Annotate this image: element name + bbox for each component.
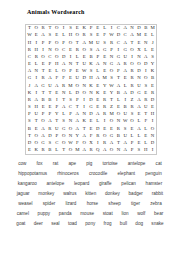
grid-cell: E [33,32,40,39]
grid-cell: P [40,39,47,46]
grid-cell: A [33,82,40,89]
grid-cell: G [40,82,47,89]
word-item: dog [135,222,143,227]
grid-cell: O [81,89,88,96]
grid-cell: I [33,75,40,82]
grid-cell: A [33,97,40,104]
grid-cell: C [115,39,122,46]
word-item: mouse [80,212,94,217]
grid-cell: X [135,46,142,53]
grid-cell: F [60,75,67,82]
grid-cell: O [129,118,136,125]
word-item: donkey [105,192,120,197]
grid-cell: E [26,61,33,68]
word-item: zebra [150,202,162,207]
grid-cell: W [67,140,74,147]
grid-cell: E [40,61,47,68]
word-item: elephant [118,172,136,177]
grid-cell: R [129,104,136,111]
grid-cell: C [47,54,54,61]
grid-cell: H [33,46,40,53]
grid-cell: A [108,140,115,147]
grid-cell: P [94,54,101,61]
word-item: tortoise [103,162,118,167]
grid-cell: A [122,68,129,75]
grid-cell: S [108,75,115,82]
word-item: pony [85,222,95,227]
grid-cell: O [53,25,60,32]
grid-cell: B [122,104,129,111]
grid-cell: L [53,68,60,75]
grid-cell: L [53,147,60,154]
grid-cell: K [88,82,95,89]
word-item: bull [120,222,127,227]
grid-cell: Q [94,147,101,154]
grid-cell: A [74,118,81,125]
grid-cell: P [88,25,95,32]
grid-cell: R [26,97,33,104]
grid-cell: A [94,75,101,82]
grid-cell: A [81,132,88,139]
word-item: sheep [108,202,121,207]
word-item: penguin [145,172,161,177]
grid-cell: B [142,25,149,32]
grid-cell: A [122,140,129,147]
grid-cell: U [94,39,101,46]
word-list-row: jaguarmonkeywalruskittendonkeybadgerrabb… [8,189,172,199]
grid-cell: A [94,111,101,118]
grid-cell: B [47,147,54,154]
grid-cell: M [88,39,95,46]
grid-cell: A [60,61,67,68]
word-item: cow [18,162,26,167]
grid-cell: D [47,132,54,139]
grid-cell: A [135,125,142,132]
grid-cell: M [135,32,142,39]
word-item: antelope [128,162,146,167]
grid-cell: R [101,111,108,118]
word-item: seal [51,222,59,227]
grid-cell: L [33,61,40,68]
grid-cell: F [53,75,60,82]
word-item: crocodile [89,172,107,177]
grid-cell: C [67,104,74,111]
grid-cell: B [88,54,95,61]
grid-cell: I [53,97,60,104]
grid-cell: I [142,68,149,75]
grid-cell: R [40,25,47,32]
grid-cell: H [26,39,33,46]
grid-cell: A [81,39,88,46]
grid-cell: P [129,140,136,147]
grid-cell: A [135,97,142,104]
grid-cell: K [81,118,88,125]
word-item: snake [151,222,163,227]
grid-cell: P [40,111,47,118]
grid-cell: O [129,46,136,53]
word-item: horse [87,202,99,207]
grid-cell: O [33,140,40,147]
grid-cell: N [67,132,74,139]
grid-cell: E [149,82,156,89]
grid-cell: E [149,104,156,111]
grid-cell: A [94,46,101,53]
grid-cell: E [101,125,108,132]
grid-cell: E [101,68,108,75]
grid-cell: N [47,46,54,53]
grid-cell: E [135,140,142,147]
word-item: spider [43,202,56,207]
grid-cell: I [67,54,74,61]
grid-cell: A [81,147,88,154]
grid-cell: A [47,118,54,125]
word-list-row: goatdeersealtoadponyfrogbulldogsnake [8,219,172,229]
grid-cell: H [149,111,156,118]
grid-cell: E [108,125,115,132]
grid-cell: Z [108,104,115,111]
word-item: rhinoceros [57,172,78,177]
grid-cell: R [101,97,108,104]
grid-cell: I [33,39,40,46]
grid-cell: E [40,104,47,111]
grid-cell: I [94,140,101,147]
grid-cell: N [81,111,88,118]
grid-cell: O [108,118,115,125]
word-item: goat [16,222,25,227]
grid-cell: G [108,132,115,139]
grid-cell: Y [74,132,81,139]
grid-cell: D [149,140,156,147]
grid-cell: T [33,118,40,125]
worksheet-page: Animals Wordsearch TORTOISEKPELICANDBMWE… [0,0,180,256]
grid-cell: E [94,25,101,32]
word-item: monkey [38,192,54,197]
grid-cell: T [40,89,47,96]
grid-cell: H [142,147,149,154]
grid-cell: I [149,118,156,125]
grid-cell: A [26,68,33,75]
grid-cell: R [74,46,81,53]
grid-cell: R [88,147,95,154]
grid-cell: N [129,25,136,32]
grid-cell: E [74,25,81,32]
grid-cell: P [53,132,60,139]
grid-cell: I [108,25,115,32]
grid-cell: D [149,97,156,104]
grid-cell: T [40,68,47,75]
grid-cell: K [33,147,40,154]
word-item: fox [37,162,43,167]
grid-cell: P [60,39,67,46]
grid-cell: C [53,140,60,147]
grid-cell: R [60,82,67,89]
grid-cell: T [129,39,136,46]
grid-cell: S [88,46,95,53]
grid-cell: P [74,97,81,104]
grid-cell: U [53,125,60,132]
grid-cell: E [149,46,156,53]
grid-cell: E [115,104,122,111]
grid-cell: I [115,46,122,53]
grid-cell: E [135,111,142,118]
grid-cell: E [101,54,108,61]
grid-cell: O [74,82,81,89]
grid-cell: R [129,82,136,89]
grid-cell: E [101,89,108,96]
grid-cell: A [94,61,101,68]
grid-cell: L [135,132,142,139]
word-item: frog [104,222,112,227]
grid-cell: R [81,32,88,39]
grid-cell: P [26,111,33,118]
grid-cell: B [115,132,122,139]
grid-cell: P [67,111,74,118]
grid-cell: B [47,97,54,104]
grid-cell: O [40,54,47,61]
grid-cell: T [81,125,88,132]
grid-cell: O [53,54,60,61]
grid-cell: O [108,68,115,75]
grid-cell: T [74,61,81,68]
grid-cell: A [122,147,129,154]
grid-cell: B [149,75,156,82]
grid-cell: E [47,68,54,75]
grid-cell: S [47,32,54,39]
grid-cell: A [142,54,149,61]
grid-cell: D [115,32,122,39]
grid-cell: U [47,82,54,89]
grid-cell: S [101,39,108,46]
grid-cell: A [47,75,54,82]
grid-cell: T [74,39,81,46]
grid-cell: L [149,32,156,39]
grid-cell: U [122,54,129,61]
grid-cell: I [122,97,129,104]
grid-cell: J [26,82,33,89]
grid-cell: P [53,104,60,111]
grid-cell: D [74,89,81,96]
grid-cell: K [81,25,88,32]
grid-cell: L [74,54,81,61]
grid-cell: E [26,147,33,154]
grid-cell: P [47,39,54,46]
grid-cell: P [67,68,74,75]
grid-cell: A [135,104,142,111]
grid-cell: G [115,54,122,61]
grid-cell: E [74,68,81,75]
grid-cell: S [67,97,74,104]
grid-cell: G [26,75,33,82]
word-item: hamster [146,182,163,187]
word-item: jaguar [17,192,30,197]
grid-cell: N [67,118,74,125]
grid-cell: R [149,89,156,96]
grid-cell: S [135,147,142,154]
word-item: pelican [121,182,136,187]
word-item: bear [154,212,163,217]
grid-cell: P [47,61,54,68]
grid-cell: R [108,39,115,46]
grid-cell: F [101,32,108,39]
grid-cell: T [115,75,122,82]
grid-cell: S [88,68,95,75]
word-list-row: hippopotamusrhinoceroscrocodileelephantp… [8,169,172,179]
grid-cell: D [135,25,142,32]
grid-cell: W [108,32,115,39]
grid-cell: M [74,147,81,154]
grid-cell: J [149,39,156,46]
word-list: cowfoxratapepigtortoiseantelopecathippop… [8,159,172,229]
grid-cell: C [122,32,129,39]
grid-cell: T [60,147,67,154]
grid-cell: Y [149,61,156,68]
grid-cell: S [60,118,67,125]
grid-cell: E [94,97,101,104]
grid-cell: S [122,125,129,132]
grid-cell: A [53,82,60,89]
grid-cell: R [26,46,33,53]
word-list-row: kangarooantelopeleopardgiraffepelicanham… [8,179,172,189]
word-list-row: weaselspiderlizardhorsesheeptigerzebra [8,199,172,209]
grid-cell: N [142,39,149,46]
grid-cell: A [122,25,129,32]
grid-cell: M [101,75,108,82]
grid-cell: R [122,61,129,68]
grid-cell: A [115,82,122,89]
grid-cell: O [33,132,40,139]
grid-cell: O [67,125,74,132]
grid-cell: T [26,132,33,139]
grid-cell: P [115,68,122,75]
grid-cell: B [40,97,47,104]
grid-cell: O [108,147,115,154]
grid-cell: F [142,118,149,125]
grid-cell: R [129,68,136,75]
grid-cell: L [67,89,74,96]
grid-cell: K [26,89,33,96]
grid-cell: G [122,46,129,53]
grid-cell: N [135,54,142,61]
grid-cell: E [142,132,149,139]
grid-cell: M [108,111,115,118]
grid-cell: O [115,111,122,118]
grid-cell: I [60,25,67,32]
grid-cell: E [94,104,101,111]
grid-cell: E [53,89,60,96]
word-item: camel [17,212,29,217]
grid-cell: L [60,111,67,118]
grid-cell: L [142,140,149,147]
page-title: Animals Wordsearch [27,9,85,15]
word-item: cat [156,162,162,167]
grid-cell: L [129,132,136,139]
grid-cell: S [142,82,149,89]
word-item: pig [86,162,92,167]
grid-cell: O [67,39,74,46]
grid-cell: R [101,104,108,111]
word-item: wolf [137,212,145,217]
grid-cell: E [129,125,136,132]
grid-cell: G [40,140,47,147]
grid-cell: S [26,118,33,125]
word-item: giraffe [99,182,112,187]
grid-cell: W [81,68,88,75]
grid-cell: G [60,125,67,132]
grid-cell: G [135,89,142,96]
grid-cell: B [26,125,33,132]
word-item: deer [34,222,43,227]
word-item: walrus [63,192,76,197]
grid-cell: T [47,89,54,96]
grid-cell: N [115,118,122,125]
grid-cell: O [135,61,142,68]
word-item: rabbit [152,192,164,197]
grid-cell: L [60,32,67,39]
word-item: badger [129,192,143,197]
grid-cell: W [26,32,33,39]
grid-cell: E [88,125,95,132]
grid-cell: O [67,147,74,154]
grid-cell: T [74,104,81,111]
grid-cell: O [60,132,67,139]
grid-cell: N [88,89,95,96]
grid-cell: D [88,97,95,104]
grid-cell: N [108,54,115,61]
word-item: tiger [131,202,140,207]
grid-cell: W [122,118,129,125]
grid-cell: O [129,61,136,68]
grid-cell: L [142,125,149,132]
grid-cell: D [60,54,67,61]
grid-cell: O [74,32,81,39]
grid-cell: L [142,46,149,53]
grid-cell: M [67,82,74,89]
word-item: puppy [38,212,51,217]
grid-cell: F [88,132,95,139]
grid-cell: U [81,61,88,68]
grid-cell: O [33,25,40,32]
grid-cell: N [135,75,142,82]
grid-cell: T [142,111,149,118]
grid-cell: D [26,140,33,147]
grid-cell: L [94,118,101,125]
grid-cell: A [122,89,129,96]
grid-cell: S [26,104,33,111]
grid-cell: M [149,25,156,32]
grid-cell: K [149,68,156,75]
grid-cell: L [101,25,108,32]
grid-cell: O [101,132,108,139]
grid-cell: Y [108,89,115,96]
grid-cell: T [115,140,122,147]
grid-cell: O [81,46,88,53]
grid-cell: P [108,46,115,53]
grid-cell: I [33,89,40,96]
grid-cell: U [74,75,81,82]
word-item: stoat [103,212,113,217]
grid-cell: T [108,97,115,104]
grid-cell: E [81,54,88,61]
grid-cell: O [60,140,67,147]
grid-cell: U [33,111,40,118]
grid-cell: R [47,125,54,132]
grid-cell: D [135,68,142,75]
grid-cell: H [88,75,95,82]
grid-cell: T [53,118,60,125]
grid-cell: R [40,75,47,82]
grid-cell: P [129,147,136,154]
grid-cell: I [40,46,47,53]
